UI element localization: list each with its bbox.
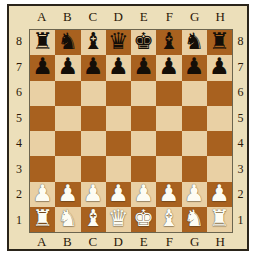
square-f6[interactable]: [156, 81, 181, 106]
piece-black-bishop-c8[interactable]: ♝: [83, 30, 104, 53]
square-a6[interactable]: [30, 81, 55, 106]
square-a7[interactable]: ♟: [30, 55, 55, 80]
square-c4[interactable]: [81, 131, 106, 156]
square-e6[interactable]: [131, 81, 156, 106]
rank-label-8: 8: [9, 29, 29, 55]
rank-label-2: 2: [9, 182, 29, 208]
square-d7[interactable]: ♟: [106, 55, 131, 80]
piece-black-pawn-d7[interactable]: ♟: [108, 55, 129, 78]
piece-black-bishop-f8[interactable]: ♝: [159, 30, 180, 53]
piece-black-pawn-b7[interactable]: ♟: [58, 55, 79, 78]
files-top: ABCDEFGH: [29, 4, 233, 29]
piece-black-pawn-f7[interactable]: ♟: [159, 55, 180, 78]
piece-black-pawn-g7[interactable]: ♟: [184, 55, 205, 78]
square-g6[interactable]: [182, 81, 207, 106]
file-label-d: D: [106, 233, 132, 250]
square-e7[interactable]: ♟: [131, 55, 156, 80]
square-a8[interactable]: ♜: [30, 30, 55, 55]
file-label-e: E: [131, 4, 157, 29]
piece-white-pawn-h2[interactable]: ♟: [209, 182, 230, 205]
piece-black-pawn-h7[interactable]: ♟: [209, 55, 230, 78]
piece-white-knight-b1[interactable]: ♞: [58, 207, 79, 230]
file-label-a: A: [29, 4, 55, 29]
piece-white-bishop-f1[interactable]: ♝: [159, 207, 180, 230]
piece-white-rook-a1[interactable]: ♜: [32, 207, 53, 230]
square-c1[interactable]: ♝: [81, 207, 106, 232]
square-c5[interactable]: [81, 106, 106, 131]
file-label-g: G: [182, 233, 208, 250]
piece-black-pawn-a7[interactable]: ♟: [32, 55, 53, 78]
rank-label-7: 7: [9, 55, 29, 81]
square-d6[interactable]: [106, 81, 131, 106]
piece-black-knight-g8[interactable]: ♞: [184, 30, 205, 53]
file-label-h: H: [208, 4, 234, 29]
rank-label-1: 1: [9, 208, 29, 234]
square-d3[interactable]: [106, 156, 131, 181]
square-h6[interactable]: [207, 81, 232, 106]
square-a3[interactable]: [30, 156, 55, 181]
square-e1[interactable]: ♚: [131, 207, 156, 232]
file-label-h: H: [208, 233, 234, 250]
piece-white-pawn-b2[interactable]: ♟: [58, 182, 79, 205]
piece-black-rook-a8[interactable]: ♜: [32, 30, 53, 53]
square-h4[interactable]: [207, 131, 232, 156]
square-g5[interactable]: [182, 106, 207, 131]
square-a2[interactable]: ♟: [30, 182, 55, 207]
square-g7[interactable]: ♟: [182, 55, 207, 80]
piece-white-king-e1[interactable]: ♚: [133, 207, 154, 230]
ranks-right: 87654321: [233, 29, 248, 233]
piece-white-pawn-f2[interactable]: ♟: [159, 182, 180, 205]
square-h5[interactable]: [207, 106, 232, 131]
rank-label-8: 8: [233, 29, 248, 55]
file-label-b: B: [55, 233, 81, 250]
rank-label-5: 5: [233, 106, 248, 132]
board[interactable]: ♜♞♝♛♚♝♞♜♟♟♟♟♟♟♟♟♟♟♟♟♟♟♟♟♜♞♝♛♚♝♞♜: [29, 29, 233, 233]
square-b7[interactable]: ♟: [55, 55, 80, 80]
square-c8[interactable]: ♝: [81, 30, 106, 55]
square-f3[interactable]: [156, 156, 181, 181]
rank-label-5: 5: [9, 106, 29, 132]
square-b3[interactable]: [55, 156, 80, 181]
file-label-c: C: [80, 4, 106, 29]
file-label-a: A: [29, 233, 55, 250]
square-b2[interactable]: ♟: [55, 182, 80, 207]
square-f4[interactable]: [156, 131, 181, 156]
square-g2[interactable]: ♟: [182, 182, 207, 207]
square-f8[interactable]: ♝: [156, 30, 181, 55]
square-d1[interactable]: ♛: [106, 207, 131, 232]
square-d2[interactable]: ♟: [106, 182, 131, 207]
square-f7[interactable]: ♟: [156, 55, 181, 80]
rank-label-3: 3: [233, 157, 248, 183]
square-f5[interactable]: [156, 106, 181, 131]
piece-white-rook-h1[interactable]: ♜: [209, 207, 230, 230]
piece-black-rook-h8[interactable]: ♜: [209, 30, 230, 53]
square-c3[interactable]: [81, 156, 106, 181]
square-h1[interactable]: ♜: [207, 207, 232, 232]
file-label-f: F: [157, 4, 183, 29]
rank-label-7: 7: [233, 55, 248, 81]
rank-label-3: 3: [9, 157, 29, 183]
square-e2[interactable]: ♟: [131, 182, 156, 207]
file-label-c: C: [80, 233, 106, 250]
file-label-d: D: [106, 4, 132, 29]
piece-black-pawn-e7[interactable]: ♟: [133, 55, 154, 78]
square-b1[interactable]: ♞: [55, 207, 80, 232]
square-c6[interactable]: [81, 81, 106, 106]
rank-label-4: 4: [233, 131, 248, 157]
square-c7[interactable]: ♟: [81, 55, 106, 80]
piece-white-pawn-d2[interactable]: ♟: [108, 182, 129, 205]
piece-black-pawn-c7[interactable]: ♟: [83, 55, 104, 78]
chess-diagram: ABCDEFGH ABCDEFGH 87654321 87654321 ♜♞♝♛…: [0, 0, 256, 256]
square-c2[interactable]: ♟: [81, 182, 106, 207]
square-e3[interactable]: [131, 156, 156, 181]
file-label-f: F: [157, 233, 183, 250]
square-h8[interactable]: ♜: [207, 30, 232, 55]
square-e4[interactable]: [131, 131, 156, 156]
square-h2[interactable]: ♟: [207, 182, 232, 207]
square-g4[interactable]: [182, 131, 207, 156]
piece-white-pawn-g2[interactable]: ♟: [184, 182, 205, 205]
rank-label-6: 6: [233, 80, 248, 106]
piece-white-bishop-c1[interactable]: ♝: [83, 207, 104, 230]
piece-white-pawn-e2[interactable]: ♟: [133, 182, 154, 205]
piece-white-pawn-c2[interactable]: ♟: [83, 182, 104, 205]
square-g1[interactable]: ♞: [182, 207, 207, 232]
piece-black-queen-d8[interactable]: ♛: [108, 30, 129, 53]
file-label-g: G: [182, 4, 208, 29]
square-d4[interactable]: [106, 131, 131, 156]
square-b5[interactable]: [55, 106, 80, 131]
square-g3[interactable]: [182, 156, 207, 181]
ranks-left: 87654321: [9, 29, 29, 233]
square-a4[interactable]: [30, 131, 55, 156]
piece-white-knight-g1[interactable]: ♞: [184, 207, 205, 230]
square-d5[interactable]: [106, 106, 131, 131]
square-e8[interactable]: ♚: [131, 30, 156, 55]
square-b8[interactable]: ♞: [55, 30, 80, 55]
square-h7[interactable]: ♟: [207, 55, 232, 80]
square-b4[interactable]: [55, 131, 80, 156]
rank-label-1: 1: [233, 208, 248, 234]
square-d8[interactable]: ♛: [106, 30, 131, 55]
square-f1[interactable]: ♝: [156, 207, 181, 232]
square-f2[interactable]: ♟: [156, 182, 181, 207]
square-e5[interactable]: [131, 106, 156, 131]
piece-black-knight-b8[interactable]: ♞: [58, 30, 79, 53]
file-label-b: B: [55, 4, 81, 29]
square-a5[interactable]: [30, 106, 55, 131]
piece-black-king-e8[interactable]: ♚: [133, 30, 154, 53]
square-g8[interactable]: ♞: [182, 30, 207, 55]
piece-white-queen-d1[interactable]: ♛: [108, 207, 129, 230]
square-b6[interactable]: [55, 81, 80, 106]
rank-label-2: 2: [233, 182, 248, 208]
square-a1[interactable]: ♜: [30, 207, 55, 232]
file-label-e: E: [131, 233, 157, 250]
rank-label-6: 6: [9, 80, 29, 106]
files-bottom: ABCDEFGH: [29, 233, 233, 250]
piece-white-pawn-a2[interactable]: ♟: [32, 182, 53, 205]
square-h3[interactable]: [207, 156, 232, 181]
rank-label-4: 4: [9, 131, 29, 157]
